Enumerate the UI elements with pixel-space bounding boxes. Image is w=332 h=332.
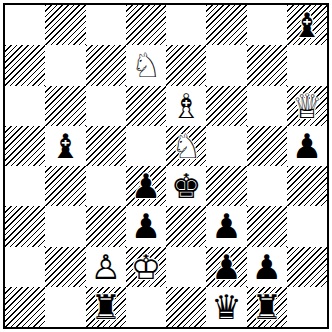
square-h7[interactable]	[287, 45, 327, 85]
square-b5[interactable]: ♝	[45, 126, 85, 166]
square-c6[interactable]	[86, 86, 126, 126]
square-e8[interactable]	[166, 5, 206, 45]
square-f8[interactable]	[206, 5, 246, 45]
white-pawn: ♙	[86, 247, 126, 287]
square-a5[interactable]	[5, 126, 45, 166]
square-c1[interactable]: ♜	[86, 287, 126, 327]
white-bishop-fill: ♝	[166, 86, 206, 126]
white-knight: ♘	[166, 126, 206, 166]
square-e6[interactable]: ♝♗	[166, 86, 206, 126]
square-a7[interactable]	[5, 45, 45, 85]
square-c2[interactable]: ♟♙	[86, 247, 126, 287]
square-h1[interactable]	[287, 287, 327, 327]
white-knight-fill: ♞	[126, 45, 166, 85]
square-g6[interactable]	[247, 86, 287, 126]
square-e4[interactable]: ♚	[166, 166, 206, 206]
square-h2[interactable]	[287, 247, 327, 287]
square-a4[interactable]	[5, 166, 45, 206]
black-pawn: ♟	[126, 166, 166, 206]
square-h6[interactable]: ♛♕	[287, 86, 327, 126]
square-f4[interactable]	[206, 166, 246, 206]
black-rook: ♜	[247, 287, 287, 327]
square-f1[interactable]: ♛	[206, 287, 246, 327]
square-c8[interactable]	[86, 5, 126, 45]
square-g5[interactable]	[247, 126, 287, 166]
square-a1[interactable]	[5, 287, 45, 327]
white-king: ♔	[126, 247, 166, 287]
square-d1[interactable]	[126, 287, 166, 327]
square-a8[interactable]	[5, 5, 45, 45]
square-c3[interactable]	[86, 206, 126, 246]
white-bishop: ♗	[166, 86, 206, 126]
square-f6[interactable]	[206, 86, 246, 126]
square-e5[interactable]: ♞♘	[166, 126, 206, 166]
black-bishop: ♝	[45, 126, 85, 166]
black-bishop: ♝	[287, 5, 327, 45]
square-f7[interactable]	[206, 45, 246, 85]
square-e1[interactable]	[166, 287, 206, 327]
black-pawn: ♟	[126, 206, 166, 246]
square-d4[interactable]: ♟	[126, 166, 166, 206]
square-h8[interactable]: ♝	[287, 5, 327, 45]
white-queen-fill: ♛	[287, 86, 327, 126]
black-queen: ♛	[206, 287, 246, 327]
square-h5[interactable]: ♟	[287, 126, 327, 166]
square-c5[interactable]	[86, 126, 126, 166]
square-a2[interactable]	[5, 247, 45, 287]
white-king-fill: ♚	[126, 247, 166, 287]
square-d7[interactable]: ♞♘	[126, 45, 166, 85]
square-e2[interactable]	[166, 247, 206, 287]
square-b6[interactable]	[45, 86, 85, 126]
square-d3[interactable]: ♟	[126, 206, 166, 246]
square-h4[interactable]	[287, 166, 327, 206]
white-queen: ♕	[287, 86, 327, 126]
white-knight-fill: ♞	[166, 126, 206, 166]
square-f3[interactable]: ♟	[206, 206, 246, 246]
square-g8[interactable]	[247, 5, 287, 45]
square-e7[interactable]	[166, 45, 206, 85]
black-pawn: ♟	[206, 206, 246, 246]
white-pawn-fill: ♟	[86, 247, 126, 287]
square-b4[interactable]	[45, 166, 85, 206]
chess-diagram: ♝♞♘♝♗♛♕♝♞♘♟♟♚♟♟♟♙♚♔♟♟♜♛♜	[0, 0, 332, 332]
black-king: ♚	[166, 166, 206, 206]
square-d5[interactable]	[126, 126, 166, 166]
black-pawn: ♟	[206, 247, 246, 287]
square-d6[interactable]	[126, 86, 166, 126]
square-b8[interactable]	[45, 5, 85, 45]
square-c7[interactable]	[86, 45, 126, 85]
white-knight: ♘	[126, 45, 166, 85]
square-g4[interactable]	[247, 166, 287, 206]
square-h3[interactable]	[287, 206, 327, 246]
black-rook: ♜	[86, 287, 126, 327]
square-g1[interactable]: ♜	[247, 287, 287, 327]
square-a3[interactable]	[5, 206, 45, 246]
square-g3[interactable]	[247, 206, 287, 246]
chess-board: ♝♞♘♝♗♛♕♝♞♘♟♟♚♟♟♟♙♚♔♟♟♜♛♜	[3, 3, 329, 329]
square-b7[interactable]	[45, 45, 85, 85]
square-b3[interactable]	[45, 206, 85, 246]
square-g7[interactable]	[247, 45, 287, 85]
black-pawn: ♟	[287, 126, 327, 166]
square-d2[interactable]: ♚♔	[126, 247, 166, 287]
square-g2[interactable]: ♟	[247, 247, 287, 287]
square-d8[interactable]	[126, 5, 166, 45]
square-b1[interactable]	[45, 287, 85, 327]
square-f5[interactable]	[206, 126, 246, 166]
square-e3[interactable]	[166, 206, 206, 246]
square-c4[interactable]	[86, 166, 126, 206]
square-a6[interactable]	[5, 86, 45, 126]
square-f2[interactable]: ♟	[206, 247, 246, 287]
black-pawn: ♟	[247, 247, 287, 287]
square-b2[interactable]	[45, 247, 85, 287]
